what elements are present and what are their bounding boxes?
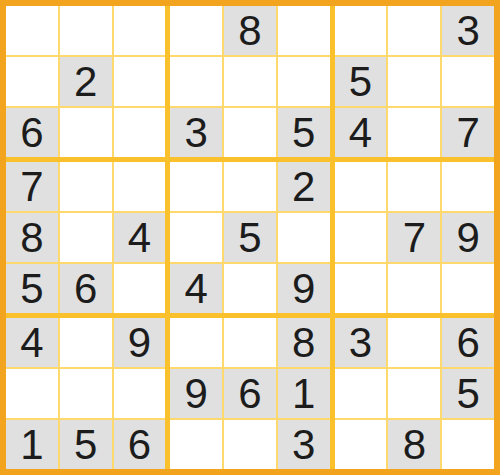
sudoku-board: 2683535477845625497949156896133658 — [0, 0, 500, 475]
cell-r7c2[interactable] — [60, 318, 112, 367]
cell-r3c9[interactable]: 7 — [442, 108, 494, 157]
cell-r2c7[interactable]: 5 — [335, 57, 387, 106]
cell-r4c5[interactable] — [224, 162, 276, 211]
cell-r4c3[interactable] — [114, 162, 166, 211]
cell-r9c4[interactable] — [170, 420, 222, 469]
sudoku-box-1-2: 79 — [335, 162, 494, 313]
sudoku-box-1-0: 78456 — [6, 162, 165, 313]
cell-r9c6[interactable]: 3 — [278, 420, 330, 469]
cell-r1c3[interactable] — [114, 6, 166, 55]
cell-r2c9[interactable] — [442, 57, 494, 106]
cell-r5c6[interactable] — [278, 213, 330, 262]
cell-r5c7[interactable] — [335, 213, 387, 262]
cell-r9c9[interactable] — [442, 420, 494, 469]
cell-r8c2[interactable] — [60, 369, 112, 418]
cell-r1c4[interactable] — [170, 6, 222, 55]
cell-r2c3[interactable] — [114, 57, 166, 106]
cell-r7c9[interactable]: 6 — [442, 318, 494, 367]
cell-r8c8[interactable] — [388, 369, 440, 418]
cell-r1c2[interactable] — [60, 6, 112, 55]
cell-r2c4[interactable] — [170, 57, 222, 106]
cell-r4c2[interactable] — [60, 162, 112, 211]
cell-r6c5[interactable] — [224, 264, 276, 313]
cell-r9c8[interactable]: 8 — [388, 420, 440, 469]
cell-r4c8[interactable] — [388, 162, 440, 211]
cell-r1c5[interactable]: 8 — [224, 6, 276, 55]
cell-r3c4[interactable]: 3 — [170, 108, 222, 157]
cell-r3c8[interactable] — [388, 108, 440, 157]
cell-r7c6[interactable]: 8 — [278, 318, 330, 367]
cell-r5c8[interactable]: 7 — [388, 213, 440, 262]
sudoku-box-2-1: 89613 — [170, 318, 329, 469]
cell-r1c7[interactable] — [335, 6, 387, 55]
cell-r8c6[interactable]: 1 — [278, 369, 330, 418]
sudoku-box-2-2: 3658 — [335, 318, 494, 469]
sudoku-box-2-0: 49156 — [6, 318, 165, 469]
cell-r2c6[interactable] — [278, 57, 330, 106]
cell-r7c5[interactable] — [224, 318, 276, 367]
sudoku-box-1-1: 2549 — [170, 162, 329, 313]
cell-r7c3[interactable]: 9 — [114, 318, 166, 367]
cell-r1c6[interactable] — [278, 6, 330, 55]
cell-r6c7[interactable] — [335, 264, 387, 313]
cell-r2c5[interactable] — [224, 57, 276, 106]
cell-r6c8[interactable] — [388, 264, 440, 313]
cell-r3c2[interactable] — [60, 108, 112, 157]
cell-r2c1[interactable] — [6, 57, 58, 106]
sudoku-box-0-2: 3547 — [335, 6, 494, 157]
cell-r4c4[interactable] — [170, 162, 222, 211]
cell-r3c3[interactable] — [114, 108, 166, 157]
cell-r6c6[interactable]: 9 — [278, 264, 330, 313]
cell-r3c1[interactable]: 6 — [6, 108, 58, 157]
cell-r6c3[interactable] — [114, 264, 166, 313]
cell-r3c7[interactable]: 4 — [335, 108, 387, 157]
cell-r7c4[interactable] — [170, 318, 222, 367]
cell-r4c6[interactable]: 2 — [278, 162, 330, 211]
cell-r6c9[interactable] — [442, 264, 494, 313]
cell-r1c1[interactable] — [6, 6, 58, 55]
cell-r9c7[interactable] — [335, 420, 387, 469]
cell-r7c7[interactable]: 3 — [335, 318, 387, 367]
cell-r4c1[interactable]: 7 — [6, 162, 58, 211]
cell-r8c5[interactable]: 6 — [224, 369, 276, 418]
cell-r9c5[interactable] — [224, 420, 276, 469]
cell-r7c8[interactable] — [388, 318, 440, 367]
cell-r5c5[interactable]: 5 — [224, 213, 276, 262]
cell-r6c2[interactable]: 6 — [60, 264, 112, 313]
cell-r9c1[interactable]: 1 — [6, 420, 58, 469]
sudoku-box-0-0: 26 — [6, 6, 165, 157]
cell-r8c1[interactable] — [6, 369, 58, 418]
cell-r6c1[interactable]: 5 — [6, 264, 58, 313]
cell-r4c9[interactable] — [442, 162, 494, 211]
cell-r8c9[interactable]: 5 — [442, 369, 494, 418]
cell-r8c3[interactable] — [114, 369, 166, 418]
cell-r8c4[interactable]: 9 — [170, 369, 222, 418]
cell-r1c9[interactable]: 3 — [442, 6, 494, 55]
sudoku-box-0-1: 835 — [170, 6, 329, 157]
cell-r9c3[interactable]: 6 — [114, 420, 166, 469]
cell-r3c6[interactable]: 5 — [278, 108, 330, 157]
cell-r2c2[interactable]: 2 — [60, 57, 112, 106]
cell-r5c1[interactable]: 8 — [6, 213, 58, 262]
cell-r6c4[interactable]: 4 — [170, 264, 222, 313]
cell-r5c3[interactable]: 4 — [114, 213, 166, 262]
cell-r5c4[interactable] — [170, 213, 222, 262]
cell-r3c5[interactable] — [224, 108, 276, 157]
cell-r4c7[interactable] — [335, 162, 387, 211]
cell-r7c1[interactable]: 4 — [6, 318, 58, 367]
cell-r2c8[interactable] — [388, 57, 440, 106]
cell-r5c2[interactable] — [60, 213, 112, 262]
cell-r5c9[interactable]: 9 — [442, 213, 494, 262]
cell-r1c8[interactable] — [388, 6, 440, 55]
cell-r8c7[interactable] — [335, 369, 387, 418]
cell-r9c2[interactable]: 5 — [60, 420, 112, 469]
